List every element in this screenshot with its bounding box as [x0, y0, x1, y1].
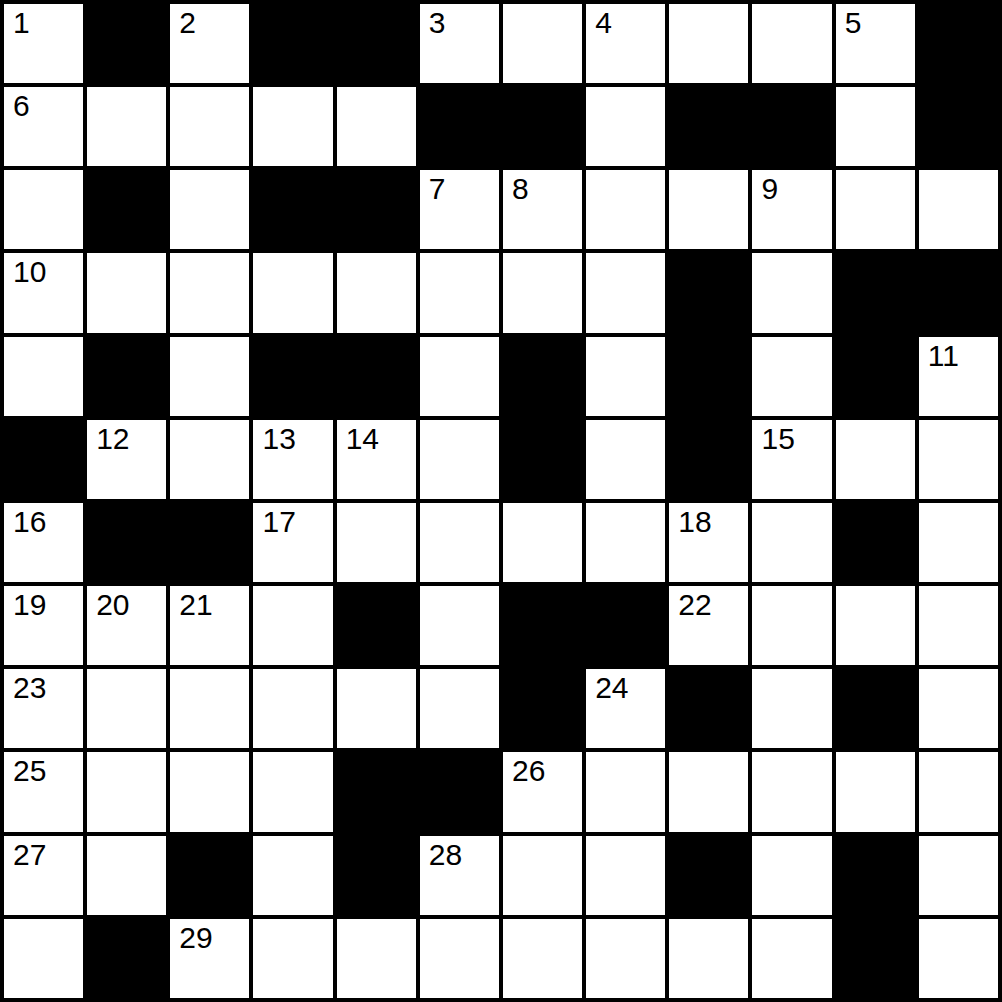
- cell[interactable]: [253, 836, 332, 915]
- cell[interactable]: [87, 752, 166, 831]
- blocked-cell: [503, 337, 582, 416]
- crossword-grid: 1234567891011121314151617181920212223242…: [0, 0, 1002, 1002]
- cell[interactable]: 22: [669, 586, 748, 665]
- blocked-cell: [253, 337, 332, 416]
- cell[interactable]: [752, 503, 831, 582]
- cell[interactable]: [420, 919, 499, 998]
- blocked-cell: [836, 669, 915, 748]
- cell[interactable]: [919, 836, 998, 915]
- cell[interactable]: 24: [586, 669, 665, 748]
- cell[interactable]: [752, 253, 831, 332]
- clue-number: 3: [429, 7, 446, 39]
- blocked-cell: [337, 836, 416, 915]
- cell[interactable]: 13: [253, 420, 332, 499]
- cell[interactable]: [586, 503, 665, 582]
- cell[interactable]: 14: [337, 420, 416, 499]
- clue-number: 9: [761, 173, 778, 205]
- cell[interactable]: [836, 586, 915, 665]
- blocked-cell: [919, 87, 998, 166]
- cell[interactable]: [337, 503, 416, 582]
- cell[interactable]: [253, 669, 332, 748]
- cell[interactable]: 9: [752, 170, 831, 249]
- blocked-cell: [919, 253, 998, 332]
- blocked-cell: [503, 420, 582, 499]
- clue-number: 25: [13, 755, 46, 787]
- cell[interactable]: [337, 253, 416, 332]
- cell[interactable]: 11: [919, 337, 998, 416]
- clue-number: 8: [512, 173, 529, 205]
- cell[interactable]: [253, 253, 332, 332]
- cell[interactable]: [586, 919, 665, 998]
- blocked-cell: [87, 170, 166, 249]
- cell[interactable]: [4, 919, 83, 998]
- cell[interactable]: 18: [669, 503, 748, 582]
- cell[interactable]: [337, 669, 416, 748]
- blocked-cell: [752, 87, 831, 166]
- blocked-cell: [337, 586, 416, 665]
- clue-number: 27: [13, 839, 46, 871]
- cell[interactable]: 20: [87, 586, 166, 665]
- clue-number: 29: [179, 922, 212, 954]
- cell[interactable]: [170, 669, 249, 748]
- clue-number: 16: [13, 506, 46, 538]
- clue-number: 2: [179, 7, 196, 39]
- cell[interactable]: [836, 87, 915, 166]
- cell[interactable]: [420, 337, 499, 416]
- cell[interactable]: [586, 253, 665, 332]
- cell[interactable]: 23: [4, 669, 83, 748]
- blocked-cell: [337, 337, 416, 416]
- cell[interactable]: 5: [836, 4, 915, 83]
- cell[interactable]: [170, 87, 249, 166]
- cell[interactable]: 16: [4, 503, 83, 582]
- blocked-cell: [669, 836, 748, 915]
- clue-number: 14: [346, 423, 379, 455]
- cell[interactable]: [669, 170, 748, 249]
- blocked-cell: [337, 4, 416, 83]
- cell[interactable]: 15: [752, 420, 831, 499]
- cell[interactable]: [669, 919, 748, 998]
- cell[interactable]: [253, 919, 332, 998]
- clue-number: 12: [96, 423, 129, 455]
- cell[interactable]: 8: [503, 170, 582, 249]
- blocked-cell: [503, 87, 582, 166]
- cell[interactable]: 25: [4, 752, 83, 831]
- cell[interactable]: [253, 87, 332, 166]
- cell[interactable]: [87, 87, 166, 166]
- clue-number: 24: [595, 672, 628, 704]
- cell[interactable]: [420, 420, 499, 499]
- cell[interactable]: [170, 752, 249, 831]
- cell[interactable]: [752, 752, 831, 831]
- cell[interactable]: 17: [253, 503, 332, 582]
- cell[interactable]: [87, 669, 166, 748]
- blocked-cell: [919, 4, 998, 83]
- cell[interactable]: [170, 170, 249, 249]
- cell[interactable]: [170, 420, 249, 499]
- cell[interactable]: 4: [586, 4, 665, 83]
- blocked-cell: [4, 420, 83, 499]
- clue-number: 15: [761, 423, 794, 455]
- cell[interactable]: [170, 253, 249, 332]
- cell[interactable]: [503, 503, 582, 582]
- cell[interactable]: [752, 4, 831, 83]
- cell[interactable]: 26: [503, 752, 582, 831]
- clue-number: 1: [13, 7, 30, 39]
- cell[interactable]: [836, 170, 915, 249]
- blocked-cell: [170, 836, 249, 915]
- cell[interactable]: [752, 919, 831, 998]
- cell[interactable]: [586, 337, 665, 416]
- cell[interactable]: 19: [4, 586, 83, 665]
- cell[interactable]: 21: [170, 586, 249, 665]
- cell[interactable]: 28: [420, 836, 499, 915]
- cell[interactable]: [503, 253, 582, 332]
- clue-number: 20: [96, 589, 129, 621]
- clue-number: 4: [595, 7, 612, 39]
- clue-number: 6: [13, 90, 30, 122]
- blocked-cell: [669, 669, 748, 748]
- blocked-cell: [337, 752, 416, 831]
- cell[interactable]: [87, 253, 166, 332]
- clue-number: 23: [13, 672, 46, 704]
- cell[interactable]: [669, 4, 748, 83]
- blocked-cell: [420, 87, 499, 166]
- cell[interactable]: 1: [4, 4, 83, 83]
- clue-number: 26: [512, 755, 545, 787]
- cell[interactable]: [87, 836, 166, 915]
- blocked-cell: [170, 503, 249, 582]
- cell[interactable]: 6: [4, 87, 83, 166]
- clue-number: 28: [429, 839, 462, 871]
- blocked-cell: [836, 836, 915, 915]
- cell[interactable]: [253, 586, 332, 665]
- blocked-cell: [253, 170, 332, 249]
- blocked-cell: [87, 919, 166, 998]
- cell[interactable]: [752, 337, 831, 416]
- cell[interactable]: 2: [170, 4, 249, 83]
- cell[interactable]: [4, 337, 83, 416]
- cell[interactable]: [337, 919, 416, 998]
- blocked-cell: [836, 919, 915, 998]
- cell[interactable]: 29: [170, 919, 249, 998]
- blocked-cell: [420, 752, 499, 831]
- cell[interactable]: 12: [87, 420, 166, 499]
- cell[interactable]: [586, 420, 665, 499]
- blocked-cell: [836, 337, 915, 416]
- clue-number: 13: [262, 423, 295, 455]
- cell[interactable]: 10: [4, 253, 83, 332]
- blocked-cell: [836, 503, 915, 582]
- clue-number: 19: [13, 589, 46, 621]
- cell[interactable]: [170, 337, 249, 416]
- cell[interactable]: 7: [420, 170, 499, 249]
- cell[interactable]: [503, 919, 582, 998]
- blocked-cell: [87, 337, 166, 416]
- cell[interactable]: [586, 836, 665, 915]
- blocked-cell: [669, 87, 748, 166]
- cell[interactable]: 27: [4, 836, 83, 915]
- cell[interactable]: [503, 836, 582, 915]
- clue-number: 10: [13, 256, 46, 288]
- blocked-cell: [669, 337, 748, 416]
- cell[interactable]: [420, 503, 499, 582]
- cell[interactable]: [4, 170, 83, 249]
- cell[interactable]: [420, 253, 499, 332]
- cell[interactable]: [420, 669, 499, 748]
- blocked-cell: [337, 170, 416, 249]
- clue-number: 5: [845, 7, 862, 39]
- cell[interactable]: [836, 752, 915, 831]
- blocked-cell: [586, 586, 665, 665]
- cell[interactable]: [919, 420, 998, 499]
- blocked-cell: [669, 420, 748, 499]
- cell[interactable]: [503, 4, 582, 83]
- cell[interactable]: 3: [420, 4, 499, 83]
- cell[interactable]: [752, 836, 831, 915]
- cell[interactable]: [752, 586, 831, 665]
- cell[interactable]: [919, 669, 998, 748]
- clue-number: 18: [678, 506, 711, 538]
- blocked-cell: [87, 4, 166, 83]
- cell[interactable]: [586, 752, 665, 831]
- clue-number: 17: [262, 506, 295, 538]
- clue-number: 21: [179, 589, 212, 621]
- cell[interactable]: [669, 752, 748, 831]
- clue-number: 7: [429, 173, 446, 205]
- cell[interactable]: [919, 503, 998, 582]
- cell[interactable]: [836, 420, 915, 499]
- blocked-cell: [836, 253, 915, 332]
- cell[interactable]: [253, 752, 332, 831]
- cell[interactable]: [919, 586, 998, 665]
- cell[interactable]: [420, 586, 499, 665]
- cell[interactable]: [337, 87, 416, 166]
- cell[interactable]: [586, 87, 665, 166]
- cell[interactable]: [752, 669, 831, 748]
- cell[interactable]: [919, 919, 998, 998]
- blocked-cell: [87, 503, 166, 582]
- cell[interactable]: [586, 170, 665, 249]
- blocked-cell: [503, 586, 582, 665]
- blocked-cell: [503, 669, 582, 748]
- clue-number: 11: [928, 340, 959, 372]
- cell[interactable]: [919, 170, 998, 249]
- blocked-cell: [253, 4, 332, 83]
- cell[interactable]: [919, 752, 998, 831]
- blocked-cell: [669, 253, 748, 332]
- clue-number: 22: [678, 589, 711, 621]
